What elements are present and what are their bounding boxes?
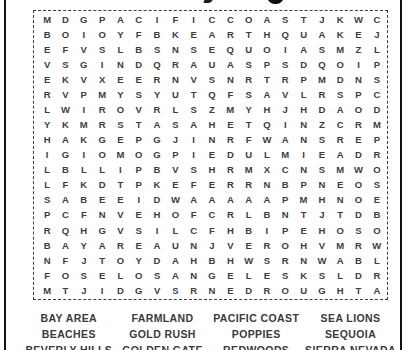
grid-cell: L <box>38 163 56 178</box>
grid-cell: A <box>185 57 203 72</box>
grid-cell: V <box>185 72 203 87</box>
grid-cell: M <box>331 42 349 57</box>
grid-cell: S <box>239 57 257 72</box>
grid-cell: I <box>185 147 203 162</box>
grid-cell: I <box>93 57 111 72</box>
grid-cell: F <box>56 253 74 268</box>
grid-cell: I <box>75 147 93 162</box>
grid-cell: Q <box>148 57 166 72</box>
grid-cell: L <box>75 163 93 178</box>
grid-cell: A <box>56 132 74 147</box>
grid-cell: N <box>38 253 56 268</box>
grid-cell: E <box>294 223 312 238</box>
grid-cell: E <box>111 72 129 87</box>
grid-cell: E <box>203 42 221 57</box>
grid-cell: N <box>93 208 111 223</box>
grid-cell: G <box>75 12 93 27</box>
grid-cell: A <box>294 42 312 57</box>
grid-cell: L <box>294 87 312 102</box>
grid-cell: K <box>331 12 349 27</box>
grid-cell: G <box>148 132 166 147</box>
grid-cell: P <box>294 72 312 87</box>
grid-cell: Q <box>203 87 221 102</box>
grid-cell: I <box>93 283 111 298</box>
grid-cell: G <box>148 147 166 162</box>
grid-cell: K <box>56 72 74 87</box>
grid-cell: O <box>276 238 294 253</box>
grid-cell: D <box>239 283 257 298</box>
grid-cell: H <box>185 253 203 268</box>
grid-cell: N <box>276 208 294 223</box>
grid-cell: E <box>130 238 148 253</box>
grid-cell: D <box>93 178 111 193</box>
grid-cell: O <box>111 253 129 268</box>
grid-cell: R <box>93 102 111 117</box>
grid-cell: R <box>111 238 129 253</box>
grid-cell: F <box>56 178 74 193</box>
grid-cell: E <box>38 42 56 57</box>
grid-cell: D <box>349 208 367 223</box>
grid-cell: E <box>111 132 129 147</box>
grid-cell: S <box>185 42 203 57</box>
grid-cell: D <box>349 268 367 283</box>
grid-cell: P <box>349 87 367 102</box>
grid-cell: R <box>276 253 294 268</box>
grid-cell: N <box>166 72 184 87</box>
grid-cell: R <box>221 27 239 42</box>
grid-cell: N <box>258 178 276 193</box>
grid-cell: A <box>185 193 203 208</box>
grid-cell: B <box>368 208 386 223</box>
grid-cell: B <box>130 42 148 57</box>
cutoff-title-fragment-right <box>267 0 284 4</box>
grid-cell: B <box>349 253 367 268</box>
grid-cell: O <box>93 27 111 42</box>
grid-cell: M <box>368 117 386 132</box>
grid-cell: N <box>294 132 312 147</box>
grid-cell: U <box>166 87 184 102</box>
grid-cell: M <box>239 163 257 178</box>
grid-cell: U <box>166 238 184 253</box>
grid-cell: R <box>239 178 257 193</box>
grid-cell: E <box>130 72 148 87</box>
grid-cell: W <box>56 102 74 117</box>
grid-cell: M <box>331 238 349 253</box>
grid-cell: N <box>313 178 331 193</box>
grid-cell: C <box>276 163 294 178</box>
word-item: REDWOODS <box>211 342 301 350</box>
grid-cell: C <box>185 223 203 238</box>
puzzle-grid-border: MDGPACIFICCOASTJKWCBOIOYFBKEARTHQUAKEJEF… <box>33 10 388 300</box>
grid-cell: D <box>221 147 239 162</box>
grid-cell: R <box>331 132 349 147</box>
grid-cell: E <box>93 268 111 283</box>
grid-cell: S <box>313 132 331 147</box>
grid-cell: N <box>294 163 312 178</box>
word-search-worksheet: { "game": "word-search", "grid": { "rows… <box>0 0 412 350</box>
grid-cell: B <box>276 178 294 193</box>
grid-cell: F <box>185 208 203 223</box>
grid-cell: O <box>56 27 74 42</box>
grid-cell: N <box>185 268 203 283</box>
grid-cell: P <box>166 147 184 162</box>
grid-cell: M <box>38 283 56 298</box>
grid-cell: H <box>221 253 239 268</box>
grid-cell: J <box>313 12 331 27</box>
grid-cell: F <box>221 87 239 102</box>
grid-cell: D <box>349 147 367 162</box>
grid-cell: J <box>75 283 93 298</box>
grid-cell: L <box>368 253 386 268</box>
grid-cell: Y <box>111 27 129 42</box>
grid-cell: E <box>166 178 184 193</box>
grid-cell: U <box>294 27 312 42</box>
grid-cell: R <box>239 72 257 87</box>
grid-cell: K <box>75 132 93 147</box>
grid-cell: N <box>166 42 184 57</box>
grid-cell: O <box>368 223 386 238</box>
grid-cell: O <box>331 223 349 238</box>
grid-cell: S <box>166 117 184 132</box>
grid-cell: W <box>166 193 184 208</box>
grid-cell: W <box>239 253 257 268</box>
grid-cell: S <box>258 253 276 268</box>
word-list-column: FARMLANDGOLD RUSHGOLDEN GATE <box>118 310 208 350</box>
grid-cell: E <box>258 268 276 283</box>
grid-cell: T <box>239 117 257 132</box>
grid-cell: H <box>258 27 276 42</box>
grid-cell: V <box>111 223 129 238</box>
grid-cell: C <box>203 12 221 27</box>
grid-cell: G <box>56 147 74 162</box>
grid-cell: N <box>294 117 312 132</box>
grid-cell: H <box>221 223 239 238</box>
grid-cell: I <box>148 223 166 238</box>
word-item: BEVERLY HILLS <box>24 342 114 350</box>
grid-cell: U <box>294 283 312 298</box>
grid-cell: T <box>130 117 148 132</box>
grid-cell: Q <box>56 223 74 238</box>
grid-cell: H <box>203 117 221 132</box>
grid-cell: Y <box>111 87 129 102</box>
grid-cell: E <box>38 72 56 87</box>
grid-cell: P <box>38 208 56 223</box>
grid-cell: N <box>349 72 367 87</box>
grid-cell: E <box>203 147 221 162</box>
word-item: GOLDEN GATE <box>118 342 208 350</box>
grid-cell: A <box>111 12 129 27</box>
grid-cell: K <box>75 178 93 193</box>
grid-cell: O <box>130 268 148 283</box>
grid-cell: K <box>148 178 166 193</box>
grid-cell: H <box>203 163 221 178</box>
grid-cell: J <box>203 238 221 253</box>
grid-cell: M <box>331 163 349 178</box>
grid-cell: G <box>93 132 111 147</box>
grid-cell: Z <box>203 102 221 117</box>
grid-cell: R <box>166 57 184 72</box>
grid-cell: O <box>166 208 184 223</box>
grid-cell: V <box>276 87 294 102</box>
grid-cell: N <box>203 132 221 147</box>
grid-cell: A <box>203 193 221 208</box>
grid-cell: I <box>276 117 294 132</box>
grid-cell: M <box>294 193 312 208</box>
grid-cell: N <box>185 238 203 253</box>
grid-cell: O <box>349 193 367 208</box>
word-list: BAY AREABEACHESBEVERLY HILLSFARMLANDGOLD… <box>24 310 396 350</box>
grid-cell: A <box>148 117 166 132</box>
grid-cell: O <box>349 178 367 193</box>
grid-cell: F <box>166 12 184 27</box>
grid-cell: F <box>56 42 74 57</box>
grid-cell: A <box>331 253 349 268</box>
grid-cell: I <box>258 223 276 238</box>
grid-cell: G <box>313 283 331 298</box>
grid-cell: C <box>130 12 148 27</box>
grid-cell: O <box>349 102 367 117</box>
grid-cell: V <box>111 208 129 223</box>
grid-cell: R <box>148 72 166 87</box>
grid-cell: B <box>239 223 257 238</box>
grid-cell: Y <box>38 117 56 132</box>
grid-cell: Y <box>75 238 93 253</box>
grid-cell: T <box>349 283 367 298</box>
grid-cell: W <box>313 253 331 268</box>
grid-cell: L <box>111 268 129 283</box>
grid-cell: F <box>203 223 221 238</box>
grid-cell: I <box>75 102 93 117</box>
grid-cell: V <box>38 57 56 72</box>
grid-cell: N <box>294 253 312 268</box>
grid-cell: U <box>239 147 257 162</box>
grid-cell: P <box>130 178 148 193</box>
grid-cell: V <box>313 238 331 253</box>
grid-cell: T <box>185 87 203 102</box>
grid-cell: F <box>38 268 56 283</box>
grid-cell: L <box>239 268 257 283</box>
grid-cell: G <box>75 57 93 72</box>
grid-cell: D <box>111 283 129 298</box>
grid-cell: M <box>111 147 129 162</box>
grid-cell: Z <box>349 42 367 57</box>
grid-cell: F <box>130 27 148 42</box>
grid-cell: A <box>56 193 74 208</box>
grid-cell: V <box>130 102 148 117</box>
grid-cell: S <box>368 178 386 193</box>
grid-cell: A <box>276 132 294 147</box>
grid-cell: S <box>75 268 93 283</box>
grid-cell: F <box>75 208 93 223</box>
grid-cell: Y <box>130 253 148 268</box>
grid-cell: A <box>331 147 349 162</box>
grid-cell: A <box>239 193 257 208</box>
page-edge-line-left <box>4 0 6 350</box>
grid-cell: I <box>185 12 203 27</box>
grid-cell: B <box>75 193 93 208</box>
grid-cell: S <box>93 42 111 57</box>
grid-cell: O <box>130 147 148 162</box>
grid-cell: T <box>111 178 129 193</box>
grid-cell: I <box>276 42 294 57</box>
grid-cell: E <box>203 178 221 193</box>
grid-cell: D <box>56 12 74 27</box>
grid-cell: B <box>148 163 166 178</box>
grid-cell: A <box>166 253 184 268</box>
grid-cell: E <box>313 147 331 162</box>
grid-cell: R <box>368 268 386 283</box>
grid-cell: D <box>294 57 312 72</box>
grid-cell: E <box>221 117 239 132</box>
grid-cell: R <box>148 102 166 117</box>
grid-cell: Q <box>313 57 331 72</box>
grid-cell: J <box>166 132 184 147</box>
grid-cell: W <box>368 238 386 253</box>
grid-cell: Y <box>148 87 166 102</box>
grid-cell: S <box>276 12 294 27</box>
grid-cell: X <box>93 72 111 87</box>
grid-cell: L <box>258 147 276 162</box>
grid-cell: S <box>203 72 221 87</box>
grid-cell: V <box>148 283 166 298</box>
grid-cell: P <box>93 12 111 27</box>
grid-cell: A <box>221 193 239 208</box>
grid-cell: C <box>221 12 239 27</box>
grid-cell: I <box>38 147 56 162</box>
word-list-column: SEA LIONSSEQUOIASIERRA NEVADA <box>305 310 396 350</box>
grid-cell: S <box>331 87 349 102</box>
grid-cell: A <box>331 102 349 117</box>
grid-cell: B <box>203 253 221 268</box>
grid-cell: S <box>148 42 166 57</box>
grid-cell: K <box>56 117 74 132</box>
grid-cell: S <box>368 72 386 87</box>
word-item: BAY AREA <box>24 310 114 326</box>
grid-cell: U <box>239 42 257 57</box>
grid-cell: V <box>75 72 93 87</box>
grid-cell: M <box>221 102 239 117</box>
grid-cell: U <box>203 57 221 72</box>
grid-cell: S <box>313 42 331 57</box>
word-item: GOLD RUSH <box>118 326 208 342</box>
grid-cell: N <box>111 57 129 72</box>
grid-cell: A <box>203 27 221 42</box>
grid-cell: P <box>276 193 294 208</box>
grid-cell: P <box>130 132 148 147</box>
grid-cell: Q <box>221 42 239 57</box>
grid-cell: J <box>313 208 331 223</box>
word-list-column: BAY AREABEACHESBEVERLY HILLS <box>24 310 114 350</box>
grid-cell: Y <box>239 102 257 117</box>
grid-cell: P <box>368 132 386 147</box>
grid-cell: L <box>368 42 386 57</box>
grid-cell: F <box>185 178 203 193</box>
grid-cell: S <box>349 223 367 238</box>
grid-cell: L <box>166 223 184 238</box>
grid-cell: J <box>368 27 386 42</box>
grid-cell: C <box>203 208 221 223</box>
grid-cell: V <box>75 42 93 57</box>
grid-cell: T <box>258 72 276 87</box>
grid-cell: K <box>294 268 312 283</box>
word-item: PACIFIC COAST <box>211 310 301 326</box>
grid-cell: L <box>38 178 56 193</box>
grid-cell: A <box>148 238 166 253</box>
grid-cell: E <box>368 193 386 208</box>
word-item: FARMLAND <box>118 310 208 326</box>
word-item: POPPIES <box>211 326 301 342</box>
grid-cell: V <box>221 238 239 253</box>
grid-cell: R <box>368 147 386 162</box>
grid-cell: A <box>221 57 239 72</box>
grid-cell: O <box>93 147 111 162</box>
grid-cell: A <box>166 268 184 283</box>
grid-cell: A <box>258 12 276 27</box>
grid-cell: H <box>258 102 276 117</box>
grid-cell: H <box>148 208 166 223</box>
grid-cell: I <box>294 147 312 162</box>
grid-cell: R <box>313 87 331 102</box>
grid-cell: A <box>313 27 331 42</box>
grid-cell: N <box>221 72 239 87</box>
grid-cell: L <box>331 268 349 283</box>
grid-cell: J <box>75 253 93 268</box>
grid-cell: O <box>239 12 257 27</box>
grid-cell: I <box>75 27 93 42</box>
grid-cell: E <box>239 238 257 253</box>
grid-cell: O <box>111 102 129 117</box>
grid-cell: Q <box>258 117 276 132</box>
grid-cell: R <box>258 283 276 298</box>
grid-cell: C <box>368 87 386 102</box>
grid-cell: S <box>130 223 148 238</box>
grid-cell: R <box>93 117 111 132</box>
grid-cell: A <box>185 117 203 132</box>
grid-cell: H <box>313 193 331 208</box>
grid-cell: B <box>38 238 56 253</box>
grid-cell: O <box>56 268 74 283</box>
grid-cell: L <box>111 42 129 57</box>
grid-cell: D <box>313 102 331 117</box>
grid-cell: B <box>258 208 276 223</box>
grid-cell: B <box>148 27 166 42</box>
grid-cell: H <box>75 223 93 238</box>
grid-cell: I <box>185 132 203 147</box>
grid-cell: C <box>368 12 386 27</box>
grid-cell: A <box>56 238 74 253</box>
grid-cell: E <box>93 193 111 208</box>
grid-cell: P <box>130 163 148 178</box>
grid-cell: H <box>294 238 312 253</box>
grid-cell: S <box>166 283 184 298</box>
word-item: SIERRA NEVADA <box>305 342 396 350</box>
grid-cell: T <box>294 208 312 223</box>
grid-cell: I <box>111 163 129 178</box>
grid-cell: O <box>368 163 386 178</box>
grid-cell: W <box>349 12 367 27</box>
grid-cell: P <box>294 178 312 193</box>
grid-cell: G <box>130 283 148 298</box>
grid-cell: S <box>56 57 74 72</box>
grid-cell: S <box>313 163 331 178</box>
grid-cell: L <box>93 163 111 178</box>
grid-cell: S <box>111 117 129 132</box>
grid-cell: G <box>93 223 111 238</box>
grid-cell: D <box>130 57 148 72</box>
grid-cell: S <box>276 268 294 283</box>
grid-cell: A <box>258 193 276 208</box>
grid-cell: C <box>331 117 349 132</box>
